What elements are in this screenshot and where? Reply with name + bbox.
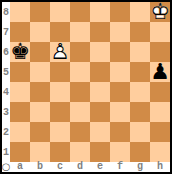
square-d7[interactable] — [70, 22, 90, 42]
square-d1[interactable] — [70, 142, 90, 162]
square-c5[interactable] — [50, 62, 70, 82]
white-pawn[interactable]: ♟♙ — [50, 42, 70, 62]
square-h3[interactable] — [150, 102, 170, 122]
file-label-h: h — [150, 161, 170, 172]
rank-label-7: 7 — [2, 22, 10, 42]
square-e3[interactable] — [90, 102, 110, 122]
rank-labels: 87654321 — [2, 2, 10, 162]
piece-glyph: ♟ — [150, 61, 170, 83]
file-label-g: g — [130, 161, 150, 172]
square-d8[interactable] — [70, 2, 90, 22]
square-c3[interactable] — [50, 102, 70, 122]
square-h5[interactable]: ♟ — [150, 62, 170, 82]
square-c6[interactable]: ♟♙ — [50, 42, 70, 62]
square-e5[interactable] — [90, 62, 110, 82]
white-to-move-indicator: ○ — [1, 161, 11, 172]
square-f2[interactable] — [110, 122, 130, 142]
square-c4[interactable] — [50, 82, 70, 102]
file-label-b: b — [30, 161, 50, 172]
square-g5[interactable] — [130, 62, 150, 82]
square-b2[interactable] — [30, 122, 50, 142]
square-g6[interactable] — [130, 42, 150, 62]
square-g8[interactable] — [130, 2, 150, 22]
black-king[interactable]: ♚ — [10, 42, 30, 62]
square-f5[interactable] — [110, 62, 130, 82]
square-a5[interactable] — [10, 62, 30, 82]
square-c8[interactable] — [50, 2, 70, 22]
square-d5[interactable] — [70, 62, 90, 82]
file-label-d: d — [70, 161, 90, 172]
piece-outline: ♙ — [50, 41, 70, 63]
white-king[interactable]: ♚♔ — [150, 2, 170, 22]
square-h8[interactable]: ♚♔ — [150, 2, 170, 22]
square-c1[interactable] — [50, 142, 70, 162]
rank-label-1: 1 — [2, 142, 10, 162]
file-label-a: a — [10, 161, 30, 172]
square-h1[interactable] — [150, 142, 170, 162]
square-h7[interactable] — [150, 22, 170, 42]
square-g7[interactable] — [130, 22, 150, 42]
piece-outline: ♔ — [150, 1, 170, 23]
square-e1[interactable] — [90, 142, 110, 162]
square-d2[interactable] — [70, 122, 90, 142]
square-a8[interactable] — [10, 2, 30, 22]
square-a1[interactable] — [10, 142, 30, 162]
piece-glyph: ♚ — [10, 41, 30, 63]
rank-label-3: 3 — [2, 102, 10, 122]
square-d3[interactable] — [70, 102, 90, 122]
square-a4[interactable] — [10, 82, 30, 102]
square-f8[interactable] — [110, 2, 130, 22]
square-f7[interactable] — [110, 22, 130, 42]
square-a6[interactable]: ♚ — [10, 42, 30, 62]
file-labels: abcdefgh — [10, 161, 170, 172]
square-b6[interactable] — [30, 42, 50, 62]
square-g1[interactable] — [130, 142, 150, 162]
square-d6[interactable] — [70, 42, 90, 62]
rank-label-4: 4 — [2, 82, 10, 102]
square-f1[interactable] — [110, 142, 130, 162]
chess-board-diagram: 87654321 ♚♔♚♟♙♟ abcdefgh ○ — [0, 0, 172, 174]
square-f3[interactable] — [110, 102, 130, 122]
square-g2[interactable] — [130, 122, 150, 142]
square-f4[interactable] — [110, 82, 130, 102]
square-d4[interactable] — [70, 82, 90, 102]
square-e7[interactable] — [90, 22, 110, 42]
rank-label-5: 5 — [2, 62, 10, 82]
square-e2[interactable] — [90, 122, 110, 142]
square-h2[interactable] — [150, 122, 170, 142]
rank-label-2: 2 — [2, 122, 10, 142]
file-label-f: f — [110, 161, 130, 172]
square-e4[interactable] — [90, 82, 110, 102]
file-label-e: e — [90, 161, 110, 172]
square-f6[interactable] — [110, 42, 130, 62]
square-c2[interactable] — [50, 122, 70, 142]
square-e6[interactable] — [90, 42, 110, 62]
board: ♚♔♚♟♙♟ — [10, 2, 170, 162]
square-b1[interactable] — [30, 142, 50, 162]
rank-label-6: 6 — [2, 42, 10, 62]
square-b5[interactable] — [30, 62, 50, 82]
square-b4[interactable] — [30, 82, 50, 102]
square-b3[interactable] — [30, 102, 50, 122]
square-a2[interactable] — [10, 122, 30, 142]
file-label-c: c — [50, 161, 70, 172]
square-b7[interactable] — [30, 22, 50, 42]
square-b8[interactable] — [30, 2, 50, 22]
square-g4[interactable] — [130, 82, 150, 102]
rank-label-8: 8 — [2, 2, 10, 22]
square-h4[interactable] — [150, 82, 170, 102]
square-e8[interactable] — [90, 2, 110, 22]
square-a3[interactable] — [10, 102, 30, 122]
black-pawn[interactable]: ♟ — [150, 62, 170, 82]
square-g3[interactable] — [130, 102, 150, 122]
